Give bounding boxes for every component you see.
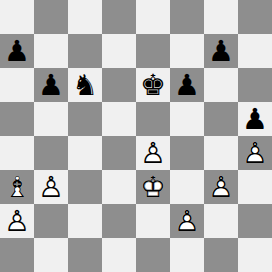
square-d4[interactable]	[102, 136, 136, 170]
square-b3[interactable]: ♟♙	[34, 170, 68, 204]
piece-black-pawn[interactable]: ♟	[238, 102, 272, 136]
square-h1[interactable]	[238, 238, 272, 272]
square-a7[interactable]: ♟	[0, 34, 34, 68]
square-h6[interactable]	[238, 68, 272, 102]
piece-white-pawn[interactable]: ♟♙	[204, 170, 238, 204]
square-d2[interactable]	[102, 204, 136, 238]
square-f3[interactable]	[170, 170, 204, 204]
square-d7[interactable]	[102, 34, 136, 68]
piece-white-pawn[interactable]: ♟♙	[238, 136, 272, 170]
square-g2[interactable]	[204, 204, 238, 238]
square-e5[interactable]	[136, 102, 170, 136]
square-e1[interactable]	[136, 238, 170, 272]
square-b1[interactable]	[34, 238, 68, 272]
square-h2[interactable]	[238, 204, 272, 238]
square-h7[interactable]	[238, 34, 272, 68]
square-c5[interactable]	[68, 102, 102, 136]
square-c2[interactable]	[68, 204, 102, 238]
square-a6[interactable]	[0, 68, 34, 102]
square-g1[interactable]	[204, 238, 238, 272]
square-f8[interactable]	[170, 0, 204, 34]
square-g3[interactable]: ♟♙	[204, 170, 238, 204]
piece-white-pawn[interactable]: ♟♙	[34, 170, 68, 204]
square-c6[interactable]: ♞	[68, 68, 102, 102]
square-b5[interactable]	[34, 102, 68, 136]
white-piece-outline: ♔	[136, 170, 170, 204]
square-b7[interactable]	[34, 34, 68, 68]
square-g7[interactable]: ♟	[204, 34, 238, 68]
white-piece-outline: ♙	[136, 136, 170, 170]
piece-white-pawn[interactable]: ♟♙	[136, 136, 170, 170]
square-f7[interactable]	[170, 34, 204, 68]
piece-black-pawn[interactable]: ♟	[170, 68, 204, 102]
square-c4[interactable]	[68, 136, 102, 170]
square-g8[interactable]	[204, 0, 238, 34]
white-piece-outline: ♙	[238, 136, 272, 170]
square-a1[interactable]	[0, 238, 34, 272]
square-c7[interactable]	[68, 34, 102, 68]
square-g6[interactable]	[204, 68, 238, 102]
square-a2[interactable]: ♟♙	[0, 204, 34, 238]
piece-white-bishop[interactable]: ♝♗	[0, 170, 34, 204]
square-a4[interactable]	[0, 136, 34, 170]
square-f1[interactable]	[170, 238, 204, 272]
white-piece-outline: ♗	[0, 170, 34, 204]
square-a8[interactable]	[0, 0, 34, 34]
square-e6[interactable]: ♚	[136, 68, 170, 102]
square-e7[interactable]	[136, 34, 170, 68]
square-g4[interactable]	[204, 136, 238, 170]
square-f6[interactable]: ♟	[170, 68, 204, 102]
square-b6[interactable]: ♟	[34, 68, 68, 102]
square-c1[interactable]	[68, 238, 102, 272]
square-b4[interactable]	[34, 136, 68, 170]
piece-black-pawn[interactable]: ♟	[34, 68, 68, 102]
square-b8[interactable]	[34, 0, 68, 34]
square-f2[interactable]: ♟♙	[170, 204, 204, 238]
square-h5[interactable]: ♟	[238, 102, 272, 136]
square-d5[interactable]	[102, 102, 136, 136]
square-d3[interactable]	[102, 170, 136, 204]
piece-white-king[interactable]: ♚♔	[136, 170, 170, 204]
square-d6[interactable]	[102, 68, 136, 102]
piece-white-pawn[interactable]: ♟♙	[170, 204, 204, 238]
square-h8[interactable]	[238, 0, 272, 34]
square-h3[interactable]	[238, 170, 272, 204]
square-e3[interactable]: ♚♔	[136, 170, 170, 204]
chess-diagram: ♟♟♟♞♚♟♟♟♙♟♙♝♗♟♙♚♔♟♙♟♙♟♙	[0, 0, 272, 272]
square-f4[interactable]	[170, 136, 204, 170]
piece-black-pawn[interactable]: ♟	[204, 34, 238, 68]
square-a5[interactable]	[0, 102, 34, 136]
chess-board: ♟♟♟♞♚♟♟♟♙♟♙♝♗♟♙♚♔♟♙♟♙♟♙	[0, 0, 272, 272]
square-c8[interactable]	[68, 0, 102, 34]
square-e4[interactable]: ♟♙	[136, 136, 170, 170]
square-f5[interactable]	[170, 102, 204, 136]
white-piece-outline: ♙	[204, 170, 238, 204]
piece-white-pawn[interactable]: ♟♙	[0, 204, 34, 238]
white-piece-outline: ♙	[170, 204, 204, 238]
square-d1[interactable]	[102, 238, 136, 272]
square-c3[interactable]	[68, 170, 102, 204]
piece-black-knight[interactable]: ♞	[68, 68, 102, 102]
square-b2[interactable]	[34, 204, 68, 238]
square-e8[interactable]	[136, 0, 170, 34]
square-g5[interactable]	[204, 102, 238, 136]
square-e2[interactable]	[136, 204, 170, 238]
white-piece-outline: ♙	[0, 204, 34, 238]
square-d8[interactable]	[102, 0, 136, 34]
square-h4[interactable]: ♟♙	[238, 136, 272, 170]
square-a3[interactable]: ♝♗	[0, 170, 34, 204]
piece-black-king[interactable]: ♚	[136, 68, 170, 102]
white-piece-outline: ♙	[34, 170, 68, 204]
piece-black-pawn[interactable]: ♟	[0, 34, 34, 68]
